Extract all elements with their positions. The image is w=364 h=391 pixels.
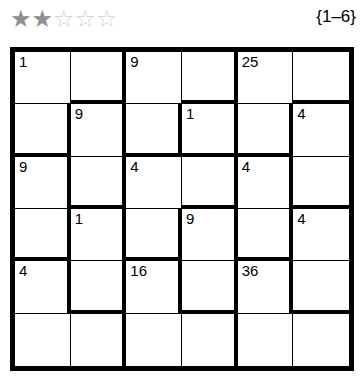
cell-r3c5[interactable]: 4 <box>238 157 294 209</box>
cell-r6c5[interactable] <box>238 314 294 366</box>
puzzle-page: ★★☆☆☆ {1–6} 1 9 25 9 1 4 9 4 4 1 9 4 4 1… <box>0 0 364 391</box>
cell-r4c5[interactable] <box>238 209 294 261</box>
cage-clue: 9 <box>19 158 27 175</box>
cell-r5c5[interactable]: 36 <box>238 261 294 313</box>
cage-clue: 9 <box>130 53 138 70</box>
cage-clue: 9 <box>75 105 83 122</box>
cell-r5c6[interactable] <box>293 261 349 313</box>
cell-r5c3[interactable]: 16 <box>126 261 182 313</box>
cell-r3c6[interactable] <box>293 157 349 209</box>
cell-r2c3[interactable] <box>126 104 182 156</box>
cell-r5c4[interactable] <box>182 261 238 313</box>
cage-clue: 4 <box>297 210 305 227</box>
cage-clue: 1 <box>186 105 194 122</box>
cell-r2c1[interactable] <box>15 104 71 156</box>
star-empty-icon: ☆ <box>96 5 118 32</box>
cell-r6c1[interactable] <box>15 314 71 366</box>
star-filled-icon: ★ <box>10 5 32 32</box>
cell-r2c2[interactable]: 9 <box>71 104 127 156</box>
cell-r2c4[interactable]: 1 <box>182 104 238 156</box>
star-empty-icon: ☆ <box>75 5 97 32</box>
cage-clue: 25 <box>242 53 259 70</box>
cage-clue: 4 <box>242 158 250 175</box>
cell-r4c2[interactable]: 1 <box>71 209 127 261</box>
cage-clue: 4 <box>297 105 305 122</box>
puzzle-grid: 1 9 25 9 1 4 9 4 4 1 9 4 4 16 36 <box>10 47 354 371</box>
cell-r1c1[interactable]: 1 <box>15 52 71 104</box>
cell-r3c2[interactable] <box>71 157 127 209</box>
cage-clue: 1 <box>19 53 27 70</box>
cell-r2c5[interactable] <box>238 104 294 156</box>
cell-r1c6[interactable] <box>293 52 349 104</box>
cell-r6c4[interactable] <box>182 314 238 366</box>
cage-clue: 36 <box>242 262 259 279</box>
cell-r2c6[interactable]: 4 <box>293 104 349 156</box>
star-filled-icon: ★ <box>32 5 54 32</box>
cage-clue: 4 <box>130 158 138 175</box>
cage-clue: 1 <box>75 210 83 227</box>
cell-r1c5[interactable]: 25 <box>238 52 294 104</box>
cage-clue: 16 <box>130 262 147 279</box>
cell-r6c6[interactable] <box>293 314 349 366</box>
cell-r3c3[interactable]: 4 <box>126 157 182 209</box>
cell-r3c4[interactable] <box>182 157 238 209</box>
cell-r4c6[interactable]: 4 <box>293 209 349 261</box>
cell-r5c1[interactable]: 4 <box>15 261 71 313</box>
cell-r3c1[interactable]: 9 <box>15 157 71 209</box>
cell-r4c3[interactable] <box>126 209 182 261</box>
cell-r6c3[interactable] <box>126 314 182 366</box>
cell-r1c3[interactable]: 9 <box>126 52 182 104</box>
cell-r4c4[interactable]: 9 <box>182 209 238 261</box>
difficulty-rating: ★★☆☆☆ <box>10 2 118 36</box>
cell-r5c2[interactable] <box>71 261 127 313</box>
cell-r1c2[interactable] <box>71 52 127 104</box>
cage-clue: 4 <box>19 262 27 279</box>
cell-r1c4[interactable] <box>182 52 238 104</box>
cell-r6c2[interactable] <box>71 314 127 366</box>
star-empty-icon: ☆ <box>53 5 75 32</box>
digit-range-label: {1–6} <box>316 7 356 27</box>
cell-r4c1[interactable] <box>15 209 71 261</box>
cage-clue: 9 <box>186 210 194 227</box>
